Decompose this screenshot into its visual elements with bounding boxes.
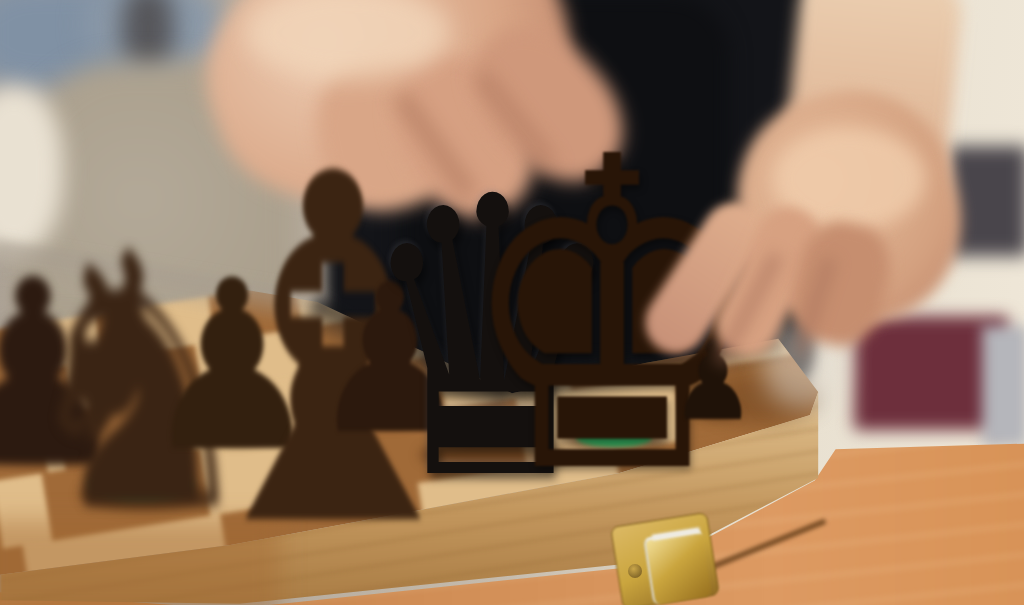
chess-photo-scene: ♟ ♞ ♟ ♝ ♟ ♛ ♚ ♟ [0,0,1024,605]
furniture-blur [982,326,1024,446]
